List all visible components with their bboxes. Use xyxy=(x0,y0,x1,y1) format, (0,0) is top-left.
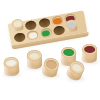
board-slot-r2c1-empty[interactable] xyxy=(14,32,26,42)
green-texture-insert xyxy=(40,28,52,38)
cream-cylinder-in-board xyxy=(11,19,23,29)
board-slot-r1c1-cream[interactable] xyxy=(12,23,24,33)
orange-texture-insert xyxy=(51,16,63,26)
wood-texture-surface xyxy=(45,59,58,71)
empty-recess xyxy=(53,26,65,36)
gray-cylinder-in-board xyxy=(65,19,77,29)
cream-texture-surface xyxy=(28,51,40,59)
empty-recess xyxy=(14,32,26,42)
white-texture-surface xyxy=(5,58,17,67)
green-texture-surface xyxy=(63,48,75,56)
cylinder-maroon[interactable] xyxy=(82,44,98,65)
white-texture-surface xyxy=(28,32,37,39)
white-texture-insert xyxy=(27,30,39,40)
product-photo-scene xyxy=(0,0,100,100)
cylinder-white[interactable] xyxy=(3,56,20,77)
texture-board xyxy=(8,10,88,45)
green-texture-surface xyxy=(41,29,50,36)
empty-recess xyxy=(38,18,50,28)
maroon-texture-surface xyxy=(84,45,96,53)
board-slot-r1c2-empty[interactable] xyxy=(25,20,37,30)
board-slot-r2c3-green[interactable] xyxy=(40,28,52,38)
cylinder-cream[interactable] xyxy=(27,50,43,71)
cream-texture-surface xyxy=(13,20,22,27)
board-slot-r1c4-orange[interactable] xyxy=(51,16,63,26)
cream-texture-surface xyxy=(70,61,84,74)
empty-recess xyxy=(25,20,37,30)
orange-texture-surface xyxy=(53,17,62,24)
board-slot-r1c3-empty[interactable] xyxy=(38,18,50,28)
board-slot-r2c2-white[interactable] xyxy=(27,30,39,40)
gray-texture-surface xyxy=(67,21,76,28)
board-slot-r2c4-empty[interactable] xyxy=(53,26,65,36)
board-slot-r2c5-gray[interactable] xyxy=(66,23,78,33)
